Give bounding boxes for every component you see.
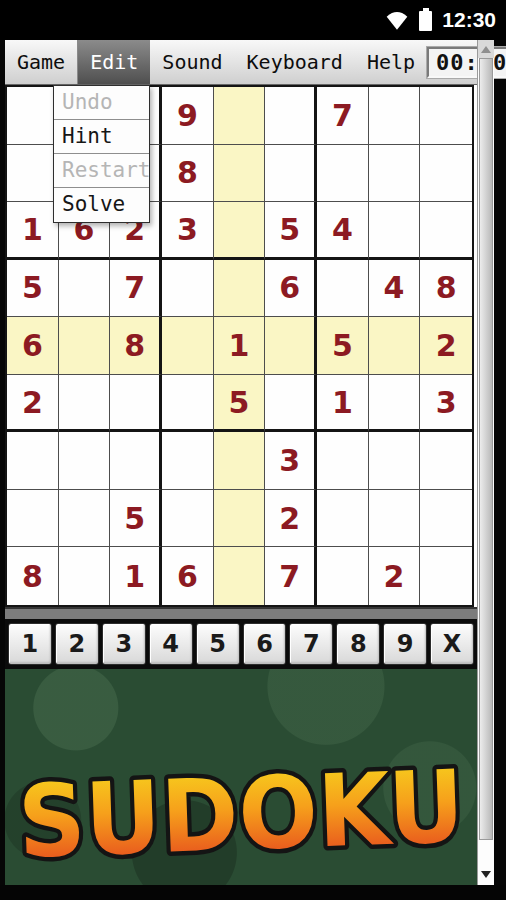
- cell-r3c4[interactable]: 3: [162, 202, 214, 260]
- numpad-key-8[interactable]: 8: [336, 623, 380, 665]
- cell-r9c6[interactable]: 7: [265, 547, 317, 605]
- scrollbar-thumb[interactable]: [479, 58, 493, 840]
- edit-dropdown-menu: Undo Hint Restart Solve: [53, 85, 150, 223]
- cell-r2c4[interactable]: 8: [162, 145, 214, 203]
- cell-r8c1[interactable]: [7, 490, 59, 548]
- cell-r2c9[interactable]: [420, 145, 472, 203]
- numpad-key-7[interactable]: 7: [289, 623, 333, 665]
- scroll-up-button[interactable]: [478, 40, 494, 58]
- cell-r6c7[interactable]: 1: [317, 375, 369, 433]
- scroll-up-icon: [481, 46, 491, 53]
- bottom-bar: [0, 885, 506, 900]
- cell-r9c2[interactable]: [59, 547, 111, 605]
- numpad-key-3[interactable]: 3: [102, 623, 146, 665]
- numpad-key-4[interactable]: 4: [149, 623, 193, 665]
- cell-r2c5[interactable]: [214, 145, 266, 203]
- cell-r9c4[interactable]: 6: [162, 547, 214, 605]
- status-bar: 12:30: [0, 0, 506, 40]
- cell-r4c9[interactable]: 8: [420, 260, 472, 318]
- menu-sound[interactable]: Sound: [150, 40, 234, 84]
- menu-item-hint[interactable]: Hint: [54, 120, 149, 154]
- cell-r5c3[interactable]: 8: [110, 317, 162, 375]
- grid-bottom-divider: [5, 607, 477, 619]
- cell-r6c9[interactable]: 3: [420, 375, 472, 433]
- battery-icon: [419, 11, 432, 31]
- cell-r1c9[interactable]: [420, 87, 472, 145]
- cell-r1c8[interactable]: [369, 87, 421, 145]
- logo-text: SUDOKU: [16, 748, 466, 880]
- phone-screen: 12:30 Game Edit Sound Keyboard Help 00:0…: [0, 0, 506, 900]
- game-timer: 00:00:05: [427, 47, 506, 78]
- cell-r5c1[interactable]: 6: [7, 317, 59, 375]
- cell-r7c7[interactable]: [317, 432, 369, 490]
- cell-r1c6[interactable]: [265, 87, 317, 145]
- menu-item-undo[interactable]: Undo: [54, 86, 149, 120]
- cell-r4c5[interactable]: [214, 260, 266, 318]
- cell-r3c8[interactable]: [369, 202, 421, 260]
- vertical-scrollbar[interactable]: [477, 40, 494, 885]
- numpad-key-5[interactable]: 5: [196, 623, 240, 665]
- numpad-key-1[interactable]: 1: [8, 623, 52, 665]
- cell-r5c6[interactable]: [265, 317, 317, 375]
- cell-r4c7[interactable]: [317, 260, 369, 318]
- numpad-key-9[interactable]: 9: [383, 623, 427, 665]
- cell-r9c1[interactable]: 8: [7, 547, 59, 605]
- cell-r2c6[interactable]: [265, 145, 317, 203]
- menu-edit[interactable]: Edit: [78, 40, 150, 84]
- cell-r1c5[interactable]: [214, 87, 266, 145]
- cell-r2c8[interactable]: [369, 145, 421, 203]
- menu-game[interactable]: Game: [5, 40, 78, 84]
- menu-bar: Game Edit Sound Keyboard Help 00:00:05: [5, 40, 477, 85]
- cell-r2c1[interactable]: [7, 145, 59, 203]
- cell-r8c2[interactable]: [59, 490, 111, 548]
- cell-r9c5[interactable]: [214, 547, 266, 605]
- cell-r4c3[interactable]: 7: [110, 260, 162, 318]
- cell-r8c5[interactable]: [214, 490, 266, 548]
- cell-r7c8[interactable]: [369, 432, 421, 490]
- sudoku-logo: SUDOKU: [7, 731, 475, 881]
- cell-r5c8[interactable]: [369, 317, 421, 375]
- cell-r4c4[interactable]: [162, 260, 214, 318]
- cell-r6c1[interactable]: 2: [7, 375, 59, 433]
- cell-r1c1[interactable]: [7, 87, 59, 145]
- cell-r7c9[interactable]: [420, 432, 472, 490]
- cell-r6c8[interactable]: [369, 375, 421, 433]
- cell-r8c9[interactable]: [420, 490, 472, 548]
- logo-area: SUDOKU: [5, 669, 477, 885]
- cell-r3c6[interactable]: 5: [265, 202, 317, 260]
- cell-r3c7[interactable]: 4: [317, 202, 369, 260]
- numpad-key-6[interactable]: 6: [243, 623, 287, 665]
- status-time: 12:30: [442, 8, 496, 32]
- cell-r4c8[interactable]: 4: [369, 260, 421, 318]
- cell-r7c2[interactable]: [59, 432, 111, 490]
- menu-item-solve[interactable]: Solve: [54, 188, 149, 222]
- cell-r7c1[interactable]: [7, 432, 59, 490]
- menu-keyboard[interactable]: Keyboard: [235, 40, 355, 84]
- cell-r8c3[interactable]: 5: [110, 490, 162, 548]
- app-window: Game Edit Sound Keyboard Help 00:00:05 9…: [5, 40, 494, 885]
- cell-r2c7[interactable]: [317, 145, 369, 203]
- cell-r6c4[interactable]: [162, 375, 214, 433]
- menu-item-restart[interactable]: Restart: [54, 154, 149, 188]
- numpad-key-2[interactable]: 2: [55, 623, 99, 665]
- cell-r8c6[interactable]: 2: [265, 490, 317, 548]
- cell-r4c1[interactable]: 5: [7, 260, 59, 318]
- scroll-down-button[interactable]: [478, 863, 494, 885]
- cell-r6c6[interactable]: [265, 375, 317, 433]
- cell-r7c4[interactable]: [162, 432, 214, 490]
- cell-r7c3[interactable]: [110, 432, 162, 490]
- wifi-icon: [385, 10, 409, 31]
- number-pad: 123456789X: [5, 619, 477, 669]
- cell-r8c8[interactable]: [369, 490, 421, 548]
- cell-r5c5[interactable]: 1: [214, 317, 266, 375]
- cell-r9c9[interactable]: [420, 547, 472, 605]
- cell-r9c3[interactable]: 1: [110, 547, 162, 605]
- cell-r3c9[interactable]: [420, 202, 472, 260]
- cell-r4c2[interactable]: [59, 260, 111, 318]
- cell-r7c6[interactable]: 3: [265, 432, 317, 490]
- cell-r6c2[interactable]: [59, 375, 111, 433]
- cell-r8c7[interactable]: [317, 490, 369, 548]
- numpad-key-x[interactable]: X: [430, 623, 474, 665]
- cell-r1c7[interactable]: 7: [317, 87, 369, 145]
- cell-r5c4[interactable]: [162, 317, 214, 375]
- cell-r3c5[interactable]: [214, 202, 266, 260]
- scroll-down-icon: [481, 871, 491, 878]
- cell-r5c2[interactable]: [59, 317, 111, 375]
- cell-r6c3[interactable]: [110, 375, 162, 433]
- cell-r3c1[interactable]: 1: [7, 202, 59, 260]
- cell-r5c9[interactable]: 2: [420, 317, 472, 375]
- cell-r5c7[interactable]: 5: [317, 317, 369, 375]
- menu-help[interactable]: Help: [355, 40, 427, 84]
- cell-r9c8[interactable]: 2: [369, 547, 421, 605]
- cell-r1c4[interactable]: 9: [162, 87, 214, 145]
- cell-r8c4[interactable]: [162, 490, 214, 548]
- cell-r4c6[interactable]: 6: [265, 260, 317, 318]
- cell-r7c5[interactable]: [214, 432, 266, 490]
- cell-r9c7[interactable]: [317, 547, 369, 605]
- cell-r6c5[interactable]: 5: [214, 375, 266, 433]
